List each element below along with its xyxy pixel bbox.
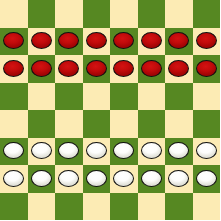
board-square[interactable] (83, 28, 111, 56)
board-square[interactable] (110, 138, 138, 166)
board-square[interactable] (0, 165, 28, 193)
board-square[interactable] (138, 138, 166, 166)
board-square[interactable] (83, 83, 111, 111)
board-square[interactable] (110, 193, 138, 221)
board-square[interactable] (138, 193, 166, 221)
white-piece[interactable] (31, 142, 52, 159)
board-square[interactable] (28, 110, 56, 138)
red-piece[interactable] (196, 60, 217, 77)
board-square[interactable] (83, 138, 111, 166)
board-square[interactable] (193, 110, 221, 138)
white-piece[interactable] (141, 170, 162, 187)
checkers-board (0, 0, 220, 220)
white-piece[interactable] (141, 142, 162, 159)
board-square[interactable] (0, 28, 28, 56)
white-piece[interactable] (113, 142, 134, 159)
board-square[interactable] (193, 83, 221, 111)
red-piece[interactable] (168, 32, 189, 49)
board-square[interactable] (83, 165, 111, 193)
board-square[interactable] (193, 28, 221, 56)
board-square[interactable] (165, 193, 193, 221)
board-square[interactable] (138, 83, 166, 111)
board-square[interactable] (28, 193, 56, 221)
board-square[interactable] (110, 165, 138, 193)
board-square[interactable] (193, 138, 221, 166)
board-square[interactable] (28, 0, 56, 28)
red-piece[interactable] (58, 32, 79, 49)
board-square[interactable] (138, 110, 166, 138)
white-piece[interactable] (58, 142, 79, 159)
board-square[interactable] (83, 0, 111, 28)
board-square[interactable] (193, 55, 221, 83)
board-square[interactable] (83, 110, 111, 138)
red-piece[interactable] (58, 60, 79, 77)
board-square[interactable] (138, 55, 166, 83)
board-square[interactable] (110, 110, 138, 138)
board-square[interactable] (28, 165, 56, 193)
board-square[interactable] (193, 193, 221, 221)
board-square[interactable] (55, 138, 83, 166)
white-piece[interactable] (3, 142, 24, 159)
red-piece[interactable] (168, 60, 189, 77)
white-piece[interactable] (113, 170, 134, 187)
board-square[interactable] (165, 83, 193, 111)
white-piece[interactable] (168, 170, 189, 187)
board-square[interactable] (193, 165, 221, 193)
board-square[interactable] (193, 0, 221, 28)
board-square[interactable] (28, 138, 56, 166)
white-piece[interactable] (196, 142, 217, 159)
board-square[interactable] (0, 83, 28, 111)
white-piece[interactable] (196, 170, 217, 187)
board-square[interactable] (110, 55, 138, 83)
board-square[interactable] (0, 193, 28, 221)
board-square[interactable] (55, 110, 83, 138)
board-square[interactable] (165, 28, 193, 56)
board-square[interactable] (110, 0, 138, 28)
white-piece[interactable] (3, 170, 24, 187)
board-square[interactable] (165, 165, 193, 193)
board-square[interactable] (28, 55, 56, 83)
board-square[interactable] (0, 110, 28, 138)
red-piece[interactable] (31, 32, 52, 49)
board-square[interactable] (28, 28, 56, 56)
board-square[interactable] (55, 0, 83, 28)
board-square[interactable] (0, 55, 28, 83)
board-square[interactable] (55, 193, 83, 221)
white-piece[interactable] (168, 142, 189, 159)
board-square[interactable] (165, 0, 193, 28)
red-piece[interactable] (113, 32, 134, 49)
board-square[interactable] (110, 28, 138, 56)
board-square[interactable] (55, 55, 83, 83)
board-square[interactable] (165, 138, 193, 166)
white-piece[interactable] (31, 170, 52, 187)
red-piece[interactable] (141, 60, 162, 77)
white-piece[interactable] (86, 142, 107, 159)
red-piece[interactable] (3, 60, 24, 77)
board-square[interactable] (55, 28, 83, 56)
board-square[interactable] (165, 55, 193, 83)
board-square[interactable] (138, 165, 166, 193)
red-piece[interactable] (86, 60, 107, 77)
board-square[interactable] (0, 0, 28, 28)
board-square[interactable] (165, 110, 193, 138)
red-piece[interactable] (113, 60, 134, 77)
board-square[interactable] (83, 193, 111, 221)
board-square[interactable] (110, 83, 138, 111)
board-square[interactable] (55, 165, 83, 193)
board-square[interactable] (0, 138, 28, 166)
board-square[interactable] (138, 0, 166, 28)
red-piece[interactable] (86, 32, 107, 49)
board-square[interactable] (138, 28, 166, 56)
board-square[interactable] (28, 83, 56, 111)
red-piece[interactable] (3, 32, 24, 49)
white-piece[interactable] (86, 170, 107, 187)
white-piece[interactable] (58, 170, 79, 187)
red-piece[interactable] (31, 60, 52, 77)
board-square[interactable] (55, 83, 83, 111)
board-square[interactable] (83, 55, 111, 83)
red-piece[interactable] (196, 32, 217, 49)
red-piece[interactable] (141, 32, 162, 49)
